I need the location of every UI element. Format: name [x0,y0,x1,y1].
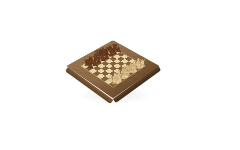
piece-black-pawn-a7: ♟ [83,62,97,70]
board-hinge [135,84,138,87]
piece-white-rook-a1: ♜ [107,76,122,86]
board-grid: ♜♞♝♛♚♝♞♜♟♟♟♟♟♟♟♟♟♟♟♟♟♟♟♟♜♞♝♛♚♝♞♜ [82,48,145,87]
square-a1: ♜ [109,81,117,87]
product-photo-background: ♜♞♝♛♚♝♞♜♟♟♟♟♟♟♟♟♟♟♟♟♟♟♟♟♜♞♝♛♚♝♞♜ [0,0,240,150]
